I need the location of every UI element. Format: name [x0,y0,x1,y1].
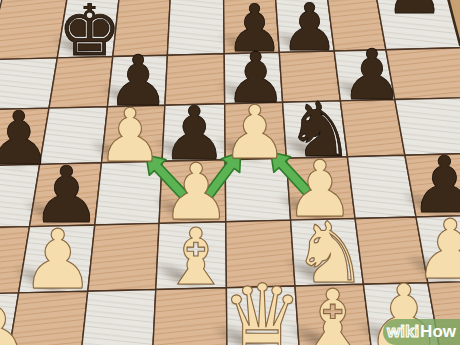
square-e2 [226,286,299,345]
square-g3 [355,217,428,284]
square-f6 [279,51,340,102]
square-b7 [57,0,120,58]
wikihow-watermark: wikiHow [383,319,460,345]
square-c5 [102,105,165,163]
square-h5 [395,98,460,156]
square-b2 [7,291,88,345]
square-b6 [49,57,113,109]
square-g7 [326,0,386,51]
square-b5 [40,107,108,165]
square-c7 [113,0,171,57]
square-a6 [0,58,57,110]
square-g6 [334,50,395,101]
square-d6 [165,54,225,105]
square-f3 [291,219,364,287]
square-g5 [340,100,405,157]
square-h6 [386,48,460,100]
square-f5 [283,101,348,158]
square-e3 [226,220,295,288]
square-d2 [152,288,227,345]
square-c3 [88,223,159,291]
square-d5 [162,104,225,162]
watermark-how-text: How [420,322,456,342]
square-f2 [295,284,372,345]
square-f4 [286,157,355,220]
square-f7 [275,0,335,52]
chess-board [0,0,460,345]
square-e6 [224,52,282,103]
watermark-wiki-text: wiki [387,322,419,342]
square-d7 [167,0,224,55]
square-e7 [224,0,280,54]
square-b3 [19,225,95,293]
chessboard-photo: ♟♚♟♟♟♟♟♟♟♟♟♞♟♟♟♟♟♝♞♟♟♛♝♟ wikiHow [0,0,460,345]
square-b4 [30,163,102,227]
square-g4 [347,155,416,218]
square-h7 [374,0,460,50]
square-c6 [108,55,168,106]
square-c2 [80,290,156,345]
square-d3 [156,222,227,290]
square-e5 [225,102,287,159]
